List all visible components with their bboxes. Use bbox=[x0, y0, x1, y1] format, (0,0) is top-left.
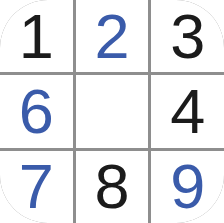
digit: 4 bbox=[170, 80, 205, 143]
cell-r2c3: 4 bbox=[151, 75, 224, 147]
cell-r1c2: 2 bbox=[76, 0, 149, 72]
digit: 8 bbox=[94, 155, 129, 218]
digit: 9 bbox=[170, 155, 205, 218]
digit: 7 bbox=[19, 155, 54, 218]
cell-r3c1: 7 bbox=[0, 151, 73, 223]
cell-r2c1: 6 bbox=[0, 75, 73, 147]
cell-r3c2: 8 bbox=[76, 151, 149, 223]
cell-r2c2 bbox=[76, 75, 149, 147]
digit: 1 bbox=[19, 5, 54, 68]
digit: 6 bbox=[19, 80, 54, 143]
sudoku-app-icon[interactable]: 1 2 3 6 4 7 8 9 bbox=[0, 0, 224, 223]
cell-r3c3: 9 bbox=[151, 151, 224, 223]
cell-r1c1: 1 bbox=[0, 0, 73, 72]
digit: 3 bbox=[170, 5, 205, 68]
sudoku-board: 1 2 3 6 4 7 8 9 bbox=[0, 0, 224, 223]
cell-r1c3: 3 bbox=[151, 0, 224, 72]
digit: 2 bbox=[94, 5, 129, 68]
